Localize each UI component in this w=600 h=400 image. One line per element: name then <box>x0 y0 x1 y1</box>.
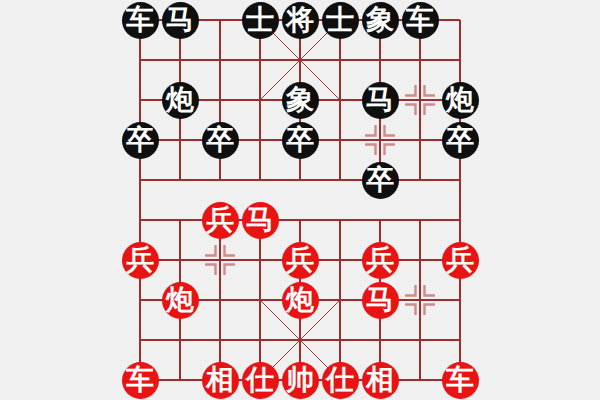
piece-red-chariot[interactable]: 车 <box>442 362 479 399</box>
piece-black-cannon[interactable]: 炮 <box>162 82 199 119</box>
piece-red-soldier[interactable]: 兵 <box>282 242 319 279</box>
piece-red-elephant[interactable]: 相 <box>362 362 399 399</box>
piece-black-soldier[interactable]: 卒 <box>442 122 479 159</box>
piece-red-soldier[interactable]: 兵 <box>362 242 399 279</box>
piece-red-general[interactable]: 帅 <box>282 362 319 399</box>
piece-red-horse[interactable]: 马 <box>362 282 399 319</box>
piece-red-soldier[interactable]: 兵 <box>202 202 239 239</box>
piece-red-chariot[interactable]: 车 <box>122 362 159 399</box>
piece-black-elephant[interactable]: 象 <box>362 2 399 39</box>
piece-red-horse[interactable]: 马 <box>242 202 279 239</box>
piece-grid: 车马士将士象车炮象马炮卒卒卒卒卒兵马兵兵兵兵炮炮马车相仕帅仕相车 <box>120 0 480 400</box>
xiangqi-board: 车马士将士象车炮象马炮卒卒卒卒卒兵马兵兵兵兵炮炮马车相仕帅仕相车 <box>0 0 600 400</box>
piece-red-cannon[interactable]: 炮 <box>162 282 199 319</box>
piece-black-soldier[interactable]: 卒 <box>362 162 399 199</box>
piece-black-soldier[interactable]: 卒 <box>282 122 319 159</box>
piece-black-soldier[interactable]: 卒 <box>202 122 239 159</box>
piece-black-advisor[interactable]: 士 <box>242 2 279 39</box>
piece-black-chariot[interactable]: 车 <box>122 2 159 39</box>
piece-black-soldier[interactable]: 卒 <box>122 122 159 159</box>
piece-black-cannon[interactable]: 炮 <box>442 82 479 119</box>
piece-red-soldier[interactable]: 兵 <box>122 242 159 279</box>
piece-red-elephant[interactable]: 相 <box>202 362 239 399</box>
piece-red-advisor[interactable]: 仕 <box>242 362 279 399</box>
piece-black-horse[interactable]: 马 <box>162 2 199 39</box>
piece-black-advisor[interactable]: 士 <box>322 2 359 39</box>
piece-black-general[interactable]: 将 <box>282 2 319 39</box>
piece-red-advisor[interactable]: 仕 <box>322 362 359 399</box>
piece-black-chariot[interactable]: 车 <box>402 2 439 39</box>
piece-black-elephant[interactable]: 象 <box>282 82 319 119</box>
piece-red-cannon[interactable]: 炮 <box>282 282 319 319</box>
piece-black-horse[interactable]: 马 <box>362 82 399 119</box>
piece-red-soldier[interactable]: 兵 <box>442 242 479 279</box>
